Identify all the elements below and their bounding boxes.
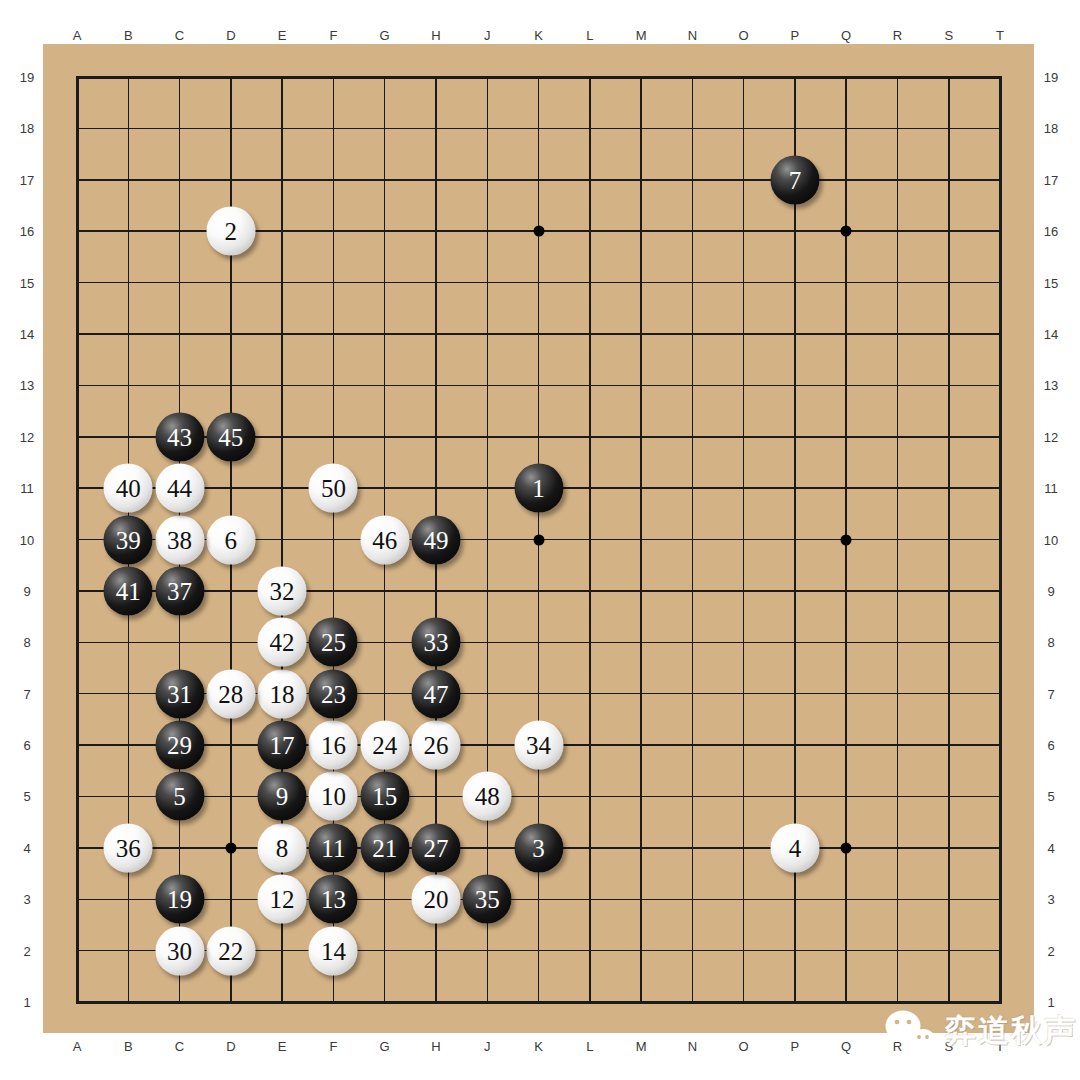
stone-number: 18 xyxy=(270,681,295,706)
stone-white-14: 14 xyxy=(309,926,358,975)
stone-black-35: 35 xyxy=(463,875,512,924)
row-label-right: 7 xyxy=(1047,686,1054,701)
stone-white-6: 6 xyxy=(206,515,255,564)
row-label-right: 8 xyxy=(1047,635,1054,650)
row-label-right: 9 xyxy=(1047,583,1054,598)
column-label-top: P xyxy=(791,28,800,43)
column-label-bottom: O xyxy=(739,1039,749,1054)
column-label-bottom: K xyxy=(534,1039,543,1054)
row-label-right: 3 xyxy=(1047,892,1054,907)
stone-number: 2 xyxy=(225,219,238,244)
column-label-top: M xyxy=(636,28,647,43)
stone-white-4: 4 xyxy=(770,823,819,872)
stone-black-11: 11 xyxy=(309,823,358,872)
stone-black-39: 39 xyxy=(104,515,153,564)
row-label-left: 1 xyxy=(23,995,30,1010)
stone-number: 30 xyxy=(167,938,192,963)
stone-white-22: 22 xyxy=(206,926,255,975)
stone-number: 28 xyxy=(218,681,243,706)
stone-black-5: 5 xyxy=(155,772,204,821)
column-label-bottom: E xyxy=(278,1039,287,1054)
stone-black-45: 45 xyxy=(206,412,255,461)
column-label-bottom: A xyxy=(73,1039,82,1054)
row-label-right: 19 xyxy=(1044,70,1058,85)
stone-number: 3 xyxy=(532,835,545,860)
stone-number: 26 xyxy=(423,733,448,758)
column-label-top: L xyxy=(586,28,593,43)
star-point xyxy=(225,842,236,853)
stone-black-41: 41 xyxy=(104,566,153,615)
row-label-right: 18 xyxy=(1044,121,1058,136)
row-label-left: 17 xyxy=(20,172,34,187)
stone-number: 33 xyxy=(423,630,448,655)
stone-number: 40 xyxy=(116,476,141,501)
row-label-left: 19 xyxy=(20,70,34,85)
stone-number: 22 xyxy=(218,938,243,963)
stone-number: 27 xyxy=(423,835,448,860)
grid-line-vertical xyxy=(692,76,694,1004)
row-label-left: 7 xyxy=(23,686,30,701)
stone-number: 19 xyxy=(167,887,192,912)
column-label-bottom: P xyxy=(791,1039,800,1054)
wechat-icon xyxy=(882,1006,940,1056)
stone-number: 7 xyxy=(789,167,802,192)
stone-number: 45 xyxy=(218,424,243,449)
stone-number: 37 xyxy=(167,578,192,603)
row-label-left: 10 xyxy=(20,532,34,547)
stone-white-40: 40 xyxy=(104,464,153,513)
stone-number: 6 xyxy=(225,527,238,552)
column-label-top: N xyxy=(688,28,697,43)
stone-white-26: 26 xyxy=(411,721,460,770)
column-label-bottom: D xyxy=(226,1039,235,1054)
row-label-right: 2 xyxy=(1047,943,1054,958)
row-label-left: 18 xyxy=(20,121,34,136)
grid-line-horizontal xyxy=(76,1001,1002,1004)
stone-number: 35 xyxy=(475,887,500,912)
column-label-bottom: N xyxy=(688,1039,697,1054)
stone-black-19: 19 xyxy=(155,875,204,924)
row-label-right: 4 xyxy=(1047,840,1054,855)
stone-number: 8 xyxy=(276,835,289,860)
stone-number: 15 xyxy=(372,784,397,809)
column-label-top: D xyxy=(226,28,235,43)
stone-white-46: 46 xyxy=(360,515,409,564)
stone-white-28: 28 xyxy=(206,669,255,718)
stone-number: 17 xyxy=(270,733,295,758)
column-label-top: S xyxy=(944,28,953,43)
stone-number: 20 xyxy=(423,887,448,912)
stone-black-9: 9 xyxy=(258,772,307,821)
column-label-bottom: H xyxy=(431,1039,440,1054)
stone-number: 4 xyxy=(789,835,802,860)
stone-white-16: 16 xyxy=(309,721,358,770)
stone-black-27: 27 xyxy=(411,823,460,872)
grid-line-horizontal xyxy=(76,899,1002,901)
stone-number: 43 xyxy=(167,424,192,449)
stone-black-31: 31 xyxy=(155,669,204,718)
stone-number: 47 xyxy=(423,681,448,706)
row-label-left: 3 xyxy=(23,892,30,907)
stone-number: 44 xyxy=(167,476,192,501)
stone-black-29: 29 xyxy=(155,721,204,770)
stone-white-24: 24 xyxy=(360,721,409,770)
stone-white-32: 32 xyxy=(258,566,307,615)
stone-number: 10 xyxy=(321,784,346,809)
row-label-left: 14 xyxy=(20,326,34,341)
stone-white-10: 10 xyxy=(309,772,358,821)
stone-white-20: 20 xyxy=(411,875,460,924)
stone-black-23: 23 xyxy=(309,669,358,718)
grid-line-vertical xyxy=(999,76,1002,1004)
stone-number: 12 xyxy=(270,887,295,912)
stone-black-15: 15 xyxy=(360,772,409,821)
stone-number: 41 xyxy=(116,578,141,603)
stone-number: 50 xyxy=(321,476,346,501)
stone-number: 11 xyxy=(321,835,345,860)
row-label-left: 5 xyxy=(23,789,30,804)
column-label-top: R xyxy=(893,28,902,43)
column-label-top: Q xyxy=(841,28,851,43)
row-label-left: 16 xyxy=(20,224,34,239)
stone-number: 16 xyxy=(321,733,346,758)
watermark: 弈道秋声 xyxy=(882,1006,1077,1056)
row-label-right: 11 xyxy=(1044,481,1058,496)
grid-line-horizontal xyxy=(76,590,1002,592)
stone-white-44: 44 xyxy=(155,464,204,513)
stone-number: 48 xyxy=(475,784,500,809)
stone-white-2: 2 xyxy=(206,207,255,256)
stone-black-49: 49 xyxy=(411,515,460,564)
column-label-bottom: C xyxy=(175,1039,184,1054)
column-label-top: F xyxy=(329,28,337,43)
stone-number: 31 xyxy=(167,681,192,706)
column-label-top: G xyxy=(380,28,390,43)
stone-white-18: 18 xyxy=(258,669,307,718)
stone-white-12: 12 xyxy=(258,875,307,924)
star-point xyxy=(841,226,852,237)
grid-line-vertical xyxy=(640,76,642,1004)
stone-number: 39 xyxy=(116,527,141,552)
grid-line-vertical xyxy=(948,76,950,1004)
row-label-right: 5 xyxy=(1047,789,1054,804)
row-label-left: 15 xyxy=(20,275,34,290)
star-point xyxy=(533,534,544,545)
stone-number: 1 xyxy=(532,476,545,501)
stone-white-42: 42 xyxy=(258,618,307,667)
row-label-right: 17 xyxy=(1044,172,1058,187)
stone-black-21: 21 xyxy=(360,823,409,872)
column-label-bottom: Q xyxy=(841,1039,851,1054)
row-label-left: 6 xyxy=(23,738,30,753)
column-label-bottom: F xyxy=(329,1039,337,1054)
stone-white-30: 30 xyxy=(155,926,204,975)
stone-black-47: 47 xyxy=(411,669,460,718)
column-label-top: O xyxy=(739,28,749,43)
column-label-top: E xyxy=(278,28,287,43)
stone-black-13: 13 xyxy=(309,875,358,924)
stone-number: 25 xyxy=(321,630,346,655)
star-point xyxy=(533,226,544,237)
row-label-left: 12 xyxy=(20,429,34,444)
column-label-top: C xyxy=(175,28,184,43)
row-label-left: 11 xyxy=(20,481,34,496)
grid-line-vertical xyxy=(589,76,591,1004)
row-label-right: 14 xyxy=(1044,326,1058,341)
stone-white-48: 48 xyxy=(463,772,512,821)
row-label-left: 9 xyxy=(23,583,30,598)
grid-line-horizontal xyxy=(76,796,1002,798)
stone-number: 32 xyxy=(270,578,295,603)
row-label-left: 13 xyxy=(20,378,34,393)
stone-number: 36 xyxy=(116,835,141,860)
stone-white-38: 38 xyxy=(155,515,204,564)
stone-black-7: 7 xyxy=(770,155,819,204)
row-label-right: 13 xyxy=(1044,378,1058,393)
column-label-bottom: B xyxy=(124,1039,133,1054)
watermark-text: 弈道秋声 xyxy=(945,1010,1077,1052)
column-label-bottom: L xyxy=(586,1039,593,1054)
stone-white-36: 36 xyxy=(104,823,153,872)
stone-number: 13 xyxy=(321,887,346,912)
stone-number: 21 xyxy=(372,835,397,860)
row-label-right: 6 xyxy=(1047,738,1054,753)
stone-white-8: 8 xyxy=(258,823,307,872)
stone-number: 24 xyxy=(372,733,397,758)
column-label-bottom: J xyxy=(484,1039,491,1054)
stone-number: 23 xyxy=(321,681,346,706)
grid-line-vertical xyxy=(743,76,745,1004)
column-label-top: J xyxy=(484,28,491,43)
row-label-left: 8 xyxy=(23,635,30,650)
stone-black-37: 37 xyxy=(155,566,204,615)
stone-number: 9 xyxy=(276,784,289,809)
column-label-top: T xyxy=(996,28,1004,43)
stone-number: 29 xyxy=(167,733,192,758)
column-label-bottom: G xyxy=(380,1039,390,1054)
column-label-top: K xyxy=(534,28,543,43)
stone-black-17: 17 xyxy=(258,721,307,770)
column-label-top: A xyxy=(73,28,82,43)
stone-black-1: 1 xyxy=(514,464,563,513)
row-label-right: 15 xyxy=(1044,275,1058,290)
go-diagram-page: 弈道秋声 AABBCCDDEEFFGGHHJJKKLLMMNNOOPPQQRRS… xyxy=(0,0,1080,1080)
stone-black-33: 33 xyxy=(411,618,460,667)
row-label-right: 10 xyxy=(1044,532,1058,547)
stone-number: 5 xyxy=(173,784,186,809)
row-label-right: 16 xyxy=(1044,224,1058,239)
stone-number: 34 xyxy=(526,733,551,758)
column-label-top: H xyxy=(431,28,440,43)
grid-line-vertical xyxy=(897,76,899,1004)
row-label-right: 12 xyxy=(1044,429,1058,444)
star-point xyxy=(841,842,852,853)
stone-black-43: 43 xyxy=(155,412,204,461)
stone-white-50: 50 xyxy=(309,464,358,513)
column-label-top: B xyxy=(124,28,133,43)
column-label-bottom: M xyxy=(636,1039,647,1054)
stone-black-3: 3 xyxy=(514,823,563,872)
stone-number: 49 xyxy=(423,527,448,552)
stone-number: 46 xyxy=(372,527,397,552)
stone-number: 42 xyxy=(270,630,295,655)
grid-line-horizontal xyxy=(76,642,1002,644)
star-point xyxy=(841,534,852,545)
stone-white-34: 34 xyxy=(514,721,563,770)
row-label-left: 2 xyxy=(23,943,30,958)
stone-number: 14 xyxy=(321,938,346,963)
stone-number: 38 xyxy=(167,527,192,552)
stone-black-25: 25 xyxy=(309,618,358,667)
row-label-left: 4 xyxy=(23,840,30,855)
